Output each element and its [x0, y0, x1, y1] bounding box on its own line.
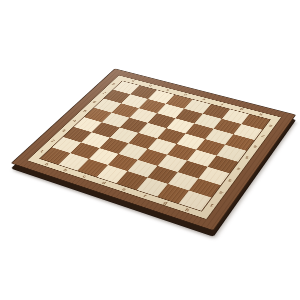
chess-board: abcdefgh abcdefgh 87654321 87654321: [12, 69, 295, 230]
board-field: [39, 80, 271, 211]
product-photo: abcdefgh abcdefgh 87654321 87654321: [0, 0, 300, 300]
